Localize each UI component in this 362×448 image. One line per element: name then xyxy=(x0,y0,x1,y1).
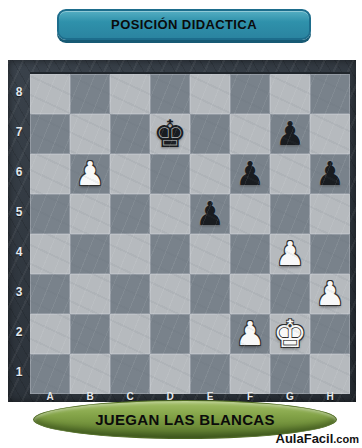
square-e8 xyxy=(190,74,230,114)
rank-label-1: 1 xyxy=(8,352,30,392)
square-g7: ♟ xyxy=(270,114,310,154)
square-e6 xyxy=(190,154,230,194)
square-d2 xyxy=(150,314,190,354)
square-b6: ♟ xyxy=(70,154,110,194)
piece-black-pawn-e5: ♟ xyxy=(195,194,225,234)
piece-white-pawn-b6: ♟ xyxy=(75,154,105,194)
square-h6: ♟ xyxy=(310,154,350,194)
square-a2 xyxy=(30,314,70,354)
square-g8 xyxy=(270,74,310,114)
piece-white-pawn-h3: ♟ xyxy=(315,274,345,314)
square-f6: ♟ xyxy=(230,154,270,194)
square-g1 xyxy=(270,354,310,394)
square-f2: ♟ xyxy=(230,314,270,354)
piece-black-king-d7: ♚ xyxy=(153,114,187,154)
square-d4 xyxy=(150,234,190,274)
square-b2 xyxy=(70,314,110,354)
square-c5 xyxy=(110,194,150,234)
piece-white-pawn-f2: ♟ xyxy=(235,314,265,354)
square-c4 xyxy=(110,234,150,274)
square-b1 xyxy=(70,354,110,394)
rank-label-8: 8 xyxy=(8,72,30,112)
square-h8 xyxy=(310,74,350,114)
square-c6 xyxy=(110,154,150,194)
piece-black-pawn-f6: ♟ xyxy=(235,154,265,194)
page-title: POSICIÓN DIDACTICA xyxy=(111,17,257,32)
square-e3 xyxy=(190,274,230,314)
square-c2 xyxy=(110,314,150,354)
square-h3: ♟ xyxy=(310,274,350,314)
piece-black-pawn-h6: ♟ xyxy=(315,154,345,194)
square-f8 xyxy=(230,74,270,114)
square-a7 xyxy=(30,114,70,154)
square-h5 xyxy=(310,194,350,234)
square-e1 xyxy=(190,354,230,394)
square-b8 xyxy=(70,74,110,114)
square-h4 xyxy=(310,234,350,274)
chess-board: ♚♟♟♟♟♟♟♟♟♚ xyxy=(30,72,350,394)
square-d1 xyxy=(150,354,190,394)
square-h2 xyxy=(310,314,350,354)
square-c7 xyxy=(110,114,150,154)
square-d5 xyxy=(150,194,190,234)
rank-label-3: 3 xyxy=(8,272,30,312)
watermark-suffix: .com xyxy=(333,433,359,445)
square-g4: ♟ xyxy=(270,234,310,274)
square-d7: ♚ xyxy=(150,114,190,154)
square-c3 xyxy=(110,274,150,314)
square-f7 xyxy=(230,114,270,154)
rank-label-4: 4 xyxy=(8,232,30,272)
rank-label-2: 2 xyxy=(8,312,30,352)
turn-caption: JUEGAN LAS BLANCAS xyxy=(95,411,275,428)
square-b7 xyxy=(70,114,110,154)
square-d3 xyxy=(150,274,190,314)
square-c8 xyxy=(110,74,150,114)
file-label-g: G xyxy=(270,392,310,402)
square-g6 xyxy=(270,154,310,194)
square-a4 xyxy=(30,234,70,274)
square-g2: ♚ xyxy=(270,314,310,354)
watermark: AulaFacil.com xyxy=(276,429,359,447)
file-label-h: H xyxy=(310,392,350,402)
square-a1 xyxy=(30,354,70,394)
square-b4 xyxy=(70,234,110,274)
rank-label-6: 6 xyxy=(8,152,30,192)
square-g5 xyxy=(270,194,310,234)
square-d8 xyxy=(150,74,190,114)
square-h1 xyxy=(310,354,350,394)
square-e2 xyxy=(190,314,230,354)
watermark-brand: AulaFacil xyxy=(276,431,334,446)
square-f3 xyxy=(230,274,270,314)
piece-white-pawn-g4: ♟ xyxy=(275,234,305,274)
rank-label-7: 7 xyxy=(8,112,30,152)
square-b5 xyxy=(70,194,110,234)
title-banner: POSICIÓN DIDACTICA xyxy=(57,9,311,40)
square-b3 xyxy=(70,274,110,314)
square-a8 xyxy=(30,74,70,114)
square-a6 xyxy=(30,154,70,194)
chess-board-frame: 87654321 ♚♟♟♟♟♟♟♟♟♚ ABCDEFGH xyxy=(8,60,356,402)
file-label-b: B xyxy=(70,392,110,402)
square-f4 xyxy=(230,234,270,274)
rank-label-5: 5 xyxy=(8,192,30,232)
square-e4 xyxy=(190,234,230,274)
piece-white-king-g2: ♚ xyxy=(273,314,307,354)
square-e7 xyxy=(190,114,230,154)
square-h7 xyxy=(310,114,350,154)
page: POSICIÓN DIDACTICA 87654321 ♚♟♟♟♟♟♟♟♟♚ A… xyxy=(0,0,362,448)
square-e5: ♟ xyxy=(190,194,230,234)
square-c1 xyxy=(110,354,150,394)
file-label-a: A xyxy=(30,392,70,402)
square-f1 xyxy=(230,354,270,394)
piece-black-pawn-g7: ♟ xyxy=(275,114,305,154)
rank-labels: 87654321 xyxy=(8,72,30,392)
square-a3 xyxy=(30,274,70,314)
square-f5 xyxy=(230,194,270,234)
square-g3 xyxy=(270,274,310,314)
square-d6 xyxy=(150,154,190,194)
square-a5 xyxy=(30,194,70,234)
